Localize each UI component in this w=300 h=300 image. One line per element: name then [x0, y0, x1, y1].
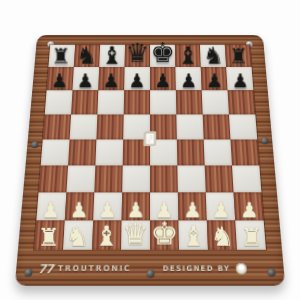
square-f1[interactable]: ♝ — [178, 221, 208, 250]
piece-black-r[interactable]: ♜ — [49, 46, 74, 68]
brand-group: 77 TROUTRONIC — [37, 261, 131, 276]
square-b3[interactable] — [66, 165, 95, 192]
piece-black-r[interactable]: ♜ — [226, 46, 251, 68]
square-g5[interactable] — [203, 114, 231, 139]
square-e3[interactable] — [150, 165, 178, 192]
square-h6[interactable] — [228, 90, 256, 114]
piece-black-n[interactable]: ♞ — [201, 44, 226, 67]
square-c5[interactable] — [96, 114, 123, 139]
square-d5[interactable] — [123, 114, 150, 139]
square-h4[interactable] — [230, 139, 259, 165]
square-f4[interactable] — [177, 139, 205, 165]
square-a5[interactable] — [43, 114, 71, 139]
square-d1[interactable]: ♛ — [121, 221, 150, 250]
square-b2[interactable]: ♟ — [65, 192, 95, 220]
square-g2[interactable]: ♟ — [206, 192, 236, 220]
square-c2[interactable]: ♟ — [93, 192, 122, 220]
square-f7[interactable]: ♟ — [175, 67, 201, 90]
brand-name: TROUTRONIC — [58, 264, 132, 273]
brand-logo: 77 — [37, 261, 53, 276]
piece-white-p[interactable]: ♟ — [207, 199, 235, 220]
square-h2[interactable]: ♟ — [234, 192, 264, 220]
square-a2[interactable]: ♟ — [36, 192, 66, 220]
piece-black-p[interactable]: ♟ — [176, 71, 202, 90]
square-b1[interactable]: ♞ — [63, 221, 93, 250]
screw-icon — [31, 141, 39, 148]
square-b6[interactable] — [71, 90, 98, 114]
designed-by-group: DESIGNED BY — [163, 263, 247, 274]
chess-board: ♜♞♝♛♚♝♞♜♟♟♟♟♟♟♟♟♟♟♟♟♟♟♟♟♜♞♝♛♚♝♞♜ — [34, 45, 266, 250]
square-g7[interactable]: ♟ — [201, 67, 228, 90]
square-h3[interactable] — [232, 165, 261, 192]
square-a7[interactable]: ♟ — [47, 67, 74, 90]
square-b4[interactable] — [68, 139, 96, 165]
square-f8[interactable]: ♝ — [175, 45, 201, 67]
square-f3[interactable] — [177, 165, 205, 192]
square-g6[interactable] — [202, 90, 229, 114]
designer-emblem-icon — [236, 263, 248, 274]
square-a4[interactable] — [41, 139, 70, 165]
square-e1[interactable]: ♚ — [150, 221, 179, 250]
piece-black-b[interactable]: ♝ — [99, 43, 124, 67]
square-e7[interactable]: ♟ — [150, 67, 176, 90]
square-d7[interactable]: ♟ — [124, 67, 150, 90]
square-f6[interactable] — [176, 90, 203, 114]
piece-white-n[interactable]: ♞ — [208, 223, 237, 250]
square-d6[interactable] — [124, 90, 150, 114]
square-c6[interactable] — [97, 90, 124, 114]
square-f5[interactable] — [176, 114, 203, 139]
piece-black-p[interactable]: ♟ — [227, 71, 253, 90]
square-h5[interactable] — [229, 114, 257, 139]
piece-white-b[interactable]: ♝ — [179, 222, 208, 250]
board-bottom-rail: 77 TROUTRONIC DESIGNED BY — [15, 252, 286, 286]
square-g4[interactable] — [204, 139, 232, 165]
piece-black-p[interactable]: ♟ — [98, 71, 124, 90]
piece-white-b[interactable]: ♝ — [92, 222, 121, 250]
piece-black-b[interactable]: ♝ — [175, 43, 200, 67]
square-c3[interactable] — [94, 165, 122, 192]
square-g3[interactable] — [205, 165, 234, 192]
square-c1[interactable]: ♝ — [92, 221, 122, 250]
piece-black-k[interactable]: ♚ — [150, 40, 175, 67]
square-b5[interactable] — [70, 114, 98, 139]
piece-white-p[interactable]: ♟ — [93, 199, 121, 220]
piece-white-r[interactable]: ♜ — [237, 225, 266, 250]
piece-white-n[interactable]: ♞ — [63, 223, 92, 250]
square-h1[interactable]: ♜ — [235, 221, 266, 250]
square-c4[interactable] — [95, 139, 123, 165]
piece-white-k[interactable]: ♚ — [150, 219, 179, 250]
piece-black-q[interactable]: ♛ — [125, 41, 150, 67]
piece-black-p[interactable]: ♟ — [202, 71, 228, 90]
piece-black-p[interactable]: ♟ — [150, 71, 176, 90]
square-c7[interactable]: ♟ — [98, 67, 124, 90]
square-e8[interactable]: ♚ — [150, 45, 175, 67]
piece-white-p[interactable]: ♟ — [65, 199, 93, 220]
square-g8[interactable]: ♞ — [200, 45, 226, 67]
square-b7[interactable]: ♟ — [72, 67, 99, 90]
piece-black-n[interactable]: ♞ — [74, 44, 99, 67]
square-d3[interactable] — [122, 165, 150, 192]
product-photo: ♜♞♝♛♚♝♞♜♟♟♟♟♟♟♟♟♟♟♟♟♟♟♟♟♜♞♝♛♚♝♞♜ 77 TROU… — [0, 0, 300, 300]
piece-white-r[interactable]: ♜ — [34, 225, 63, 250]
designed-by-label: DESIGNED BY — [163, 264, 231, 273]
piece-white-p[interactable]: ♟ — [235, 199, 263, 220]
square-a8[interactable]: ♜ — [48, 45, 75, 67]
square-b8[interactable]: ♞ — [74, 45, 100, 67]
square-a1[interactable]: ♜ — [34, 221, 65, 250]
piece-white-q[interactable]: ♛ — [121, 220, 150, 250]
square-g1[interactable]: ♞ — [207, 221, 237, 250]
square-d8[interactable]: ♛ — [125, 45, 150, 67]
piece-black-p[interactable]: ♟ — [73, 71, 99, 90]
square-e5[interactable] — [150, 114, 177, 139]
piece-black-p[interactable]: ♟ — [124, 71, 150, 90]
square-a6[interactable] — [45, 90, 73, 114]
square-h7[interactable]: ♟ — [226, 67, 253, 90]
piece-black-p[interactable]: ♟ — [47, 71, 73, 90]
square-e6[interactable] — [150, 90, 176, 114]
piece-white-p[interactable]: ♟ — [178, 199, 206, 220]
piece-white-p[interactable]: ♟ — [36, 199, 64, 220]
square-c8[interactable]: ♝ — [99, 45, 125, 67]
square-a3[interactable] — [39, 165, 68, 192]
square-f2[interactable]: ♟ — [178, 192, 207, 220]
square-h8[interactable]: ♜ — [225, 45, 252, 67]
board-grid: ♜♞♝♛♚♝♞♜♟♟♟♟♟♟♟♟♟♟♟♟♟♟♟♟♜♞♝♛♚♝♞♜ — [34, 45, 266, 250]
screw-icon — [261, 138, 269, 145]
chess-board-frame: ♜♞♝♛♚♝♞♜♟♟♟♟♟♟♟♟♟♟♟♟♟♟♟♟♜♞♝♛♚♝♞♜ 77 TROU… — [15, 35, 286, 286]
